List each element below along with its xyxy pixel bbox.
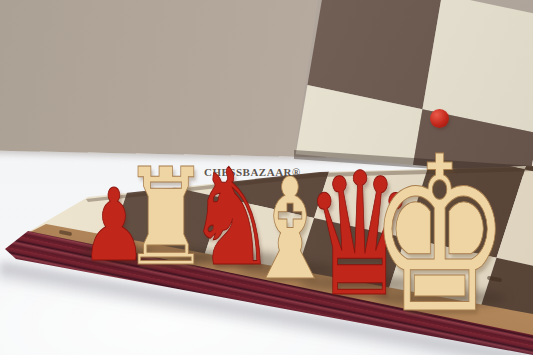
- chess-set-product-photo: CHESSBAZAAR® ♟ ♜ ♝ ♞ ♛ ♚: [0, 0, 533, 355]
- piece-natural-king: ♚: [360, 128, 519, 343]
- piece-red-knight: ♞: [182, 151, 281, 285]
- king-red-finial-ball: [430, 109, 449, 128]
